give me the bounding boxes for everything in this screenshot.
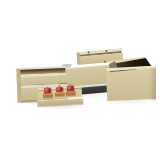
front-serving-tray xyxy=(36,85,83,108)
canape-3-garnish xyxy=(69,84,72,86)
canape-1-garnish xyxy=(46,86,49,88)
canape-3 xyxy=(65,85,76,96)
right-deep-box xyxy=(105,55,156,101)
right-box-side-shading xyxy=(149,68,156,101)
canape-2-topping xyxy=(55,86,63,92)
product-photo-wooden-box-set xyxy=(0,0,160,160)
canape-1 xyxy=(42,87,53,98)
canape-2 xyxy=(54,86,65,97)
